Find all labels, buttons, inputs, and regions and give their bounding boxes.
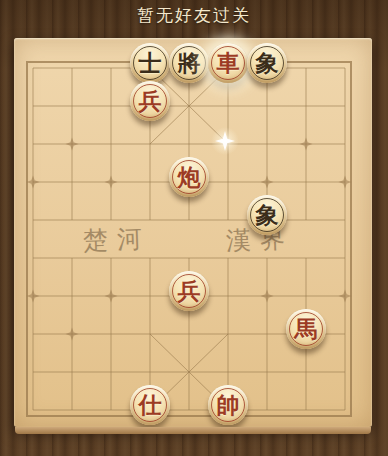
black-general-glyph: 將: [178, 51, 201, 74]
black-elephant-2-glyph: 象: [256, 203, 279, 226]
grid-lines: [27, 62, 351, 416]
red-cannon-glyph: 炮: [178, 165, 201, 188]
red-chariot-glyph: 車: [217, 51, 240, 74]
red-soldier-2-glyph: 兵: [178, 279, 201, 302]
black-elephant-1[interactable]: 象: [247, 43, 287, 83]
river-label-left: 楚河: [83, 224, 152, 255]
red-soldier-1[interactable]: 兵: [130, 81, 170, 121]
black-elephant-1-glyph: 象: [256, 51, 279, 74]
red-soldier-2[interactable]: 兵: [169, 271, 209, 311]
red-horse[interactable]: 馬: [286, 309, 326, 349]
red-cannon[interactable]: 炮: [169, 157, 209, 197]
red-general[interactable]: 帥: [208, 385, 248, 425]
board-grid: 楚河 漢界: [14, 38, 372, 427]
red-general-glyph: 帥: [217, 393, 240, 416]
red-horse-glyph: 馬: [295, 317, 318, 340]
red-advisor[interactable]: 仕: [130, 385, 170, 425]
page-title: 暂无好友过关: [0, 4, 388, 27]
black-advisor-glyph: 士: [139, 51, 162, 74]
black-elephant-2[interactable]: 象: [247, 195, 287, 235]
black-general[interactable]: 將: [169, 43, 209, 83]
sparkle-effect: [211, 127, 239, 155]
red-soldier-1-glyph: 兵: [139, 89, 162, 112]
red-chariot[interactable]: 車: [208, 43, 248, 83]
xiangqi-board[interactable]: 楚河 漢界 士將車象兵炮象兵馬仕帥: [14, 38, 372, 427]
black-advisor[interactable]: 士: [130, 43, 170, 83]
red-advisor-glyph: 仕: [139, 393, 162, 416]
